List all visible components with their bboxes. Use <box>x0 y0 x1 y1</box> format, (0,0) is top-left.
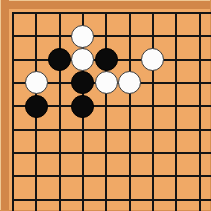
grid-line-vertical <box>129 12 131 211</box>
white-stone <box>71 25 94 48</box>
black-stone <box>95 48 118 71</box>
white-stone <box>71 48 94 71</box>
grid-line-horizontal <box>12 175 211 177</box>
black-stone <box>71 95 94 118</box>
white-stone <box>95 71 118 94</box>
board-frame-left <box>0 0 9 211</box>
grid-line-vertical <box>152 12 154 211</box>
grid-line-horizontal <box>12 35 211 37</box>
white-stone <box>118 71 141 94</box>
black-stone <box>25 95 48 118</box>
grid-line-vertical <box>175 12 177 211</box>
black-stone <box>48 48 71 71</box>
grid-line-vertical <box>199 12 201 211</box>
grid-line-vertical <box>105 12 107 211</box>
white-stone <box>25 71 48 94</box>
grid-line-horizontal <box>12 199 211 201</box>
black-stone <box>71 71 94 94</box>
white-stone <box>141 48 164 71</box>
grid-line-vertical <box>59 12 61 211</box>
go-board[interactable] <box>0 0 211 211</box>
board-frame-top <box>0 0 211 9</box>
grid-line-horizontal <box>12 129 211 131</box>
grid-line-horizontal <box>12 12 211 14</box>
grid-line-vertical <box>12 12 14 211</box>
grid-line-horizontal <box>12 152 211 154</box>
